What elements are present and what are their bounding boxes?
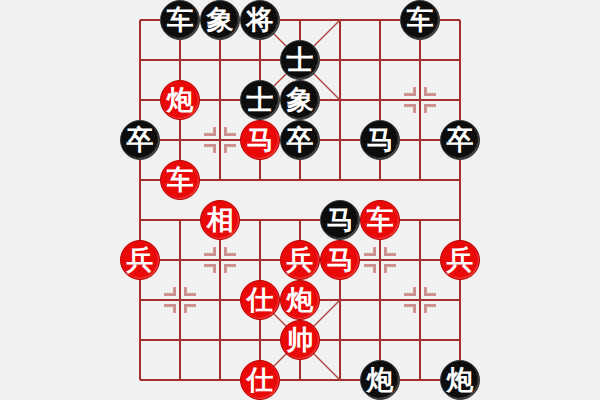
piece-red-advisor[interactable]: 仕 xyxy=(240,280,280,320)
piece-black-general[interactable]: 将 xyxy=(240,0,280,40)
piece-black-pawn[interactable]: 卒 xyxy=(120,120,160,160)
piece-black-horse[interactable]: 马 xyxy=(360,120,400,160)
piece-black-cannon[interactable]: 炮 xyxy=(440,360,480,400)
piece-black-rook[interactable]: 车 xyxy=(160,0,200,40)
piece-black-horse[interactable]: 马 xyxy=(320,200,360,240)
piece-red-cannon[interactable]: 炮 xyxy=(280,280,320,320)
pieces-layer: 车象将车士炮士象卒马卒马卒车相马车兵兵马兵仕炮帅仕炮炮 xyxy=(0,0,600,400)
piece-black-advisor[interactable]: 士 xyxy=(280,40,320,80)
piece-black-rook[interactable]: 车 xyxy=(400,0,440,40)
piece-red-pawn[interactable]: 兵 xyxy=(280,240,320,280)
piece-red-cannon[interactable]: 炮 xyxy=(160,80,200,120)
piece-red-rook[interactable]: 车 xyxy=(160,160,200,200)
piece-black-cannon[interactable]: 炮 xyxy=(360,360,400,400)
piece-black-elephant[interactable]: 象 xyxy=(200,0,240,40)
piece-red-rook[interactable]: 车 xyxy=(360,200,400,240)
piece-black-pawn[interactable]: 卒 xyxy=(280,120,320,160)
xiangqi-board: 车象将车士炮士象卒马卒马卒车相马车兵兵马兵仕炮帅仕炮炮 xyxy=(0,0,600,400)
piece-black-advisor[interactable]: 士 xyxy=(240,80,280,120)
piece-red-pawn[interactable]: 兵 xyxy=(120,240,160,280)
piece-red-advisor[interactable]: 仕 xyxy=(240,360,280,400)
piece-black-elephant[interactable]: 象 xyxy=(280,80,320,120)
piece-red-horse[interactable]: 马 xyxy=(320,240,360,280)
piece-red-elephant[interactable]: 相 xyxy=(200,200,240,240)
piece-black-pawn[interactable]: 卒 xyxy=(440,120,480,160)
piece-red-general[interactable]: 帅 xyxy=(280,320,320,360)
piece-red-pawn[interactable]: 兵 xyxy=(440,240,480,280)
piece-red-horse[interactable]: 马 xyxy=(240,120,280,160)
